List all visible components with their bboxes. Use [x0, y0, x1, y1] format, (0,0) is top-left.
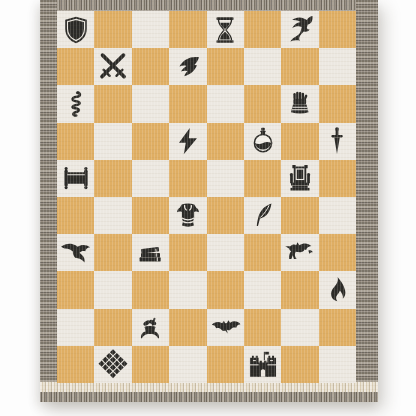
board-cell-r9c8[interactable]: [319, 309, 356, 346]
board-cell-r7c6[interactable]: [244, 234, 281, 271]
board-cell-r2c4[interactable]: [169, 48, 206, 85]
board-cell-r4c3[interactable]: [132, 123, 169, 160]
board-cell-r2c2[interactable]: [94, 48, 131, 85]
board-cell-r10c1[interactable]: [57, 346, 94, 383]
board-cell-r4c5[interactable]: [207, 123, 244, 160]
board-cell-r7c5[interactable]: [207, 234, 244, 271]
board-cell-r3c2[interactable]: [94, 85, 131, 122]
board-cell-r6c5[interactable]: [207, 197, 244, 234]
board-cell-r2c3[interactable]: [132, 48, 169, 85]
scroll-icon: [61, 163, 91, 193]
board-cell-r3c8[interactable]: [319, 85, 356, 122]
board-cell-r1c4[interactable]: [169, 11, 206, 48]
dragon-b-icon: [59, 236, 93, 270]
board-cell-r5c5[interactable]: [207, 160, 244, 197]
board-cell-r9c4[interactable]: [169, 309, 206, 346]
board-cell-r8c8[interactable]: [319, 271, 356, 308]
board-cell-r4c7[interactable]: [281, 123, 318, 160]
board-cell-r6c2[interactable]: [94, 197, 131, 234]
board-cell-r7c2[interactable]: [94, 234, 131, 271]
board-cell-r1c7[interactable]: [281, 11, 318, 48]
woven-tapestry-blanket: [40, 0, 378, 402]
board-cell-r10c2[interactable]: [94, 346, 131, 383]
board-cell-r3c6[interactable]: [244, 85, 281, 122]
hourglass-icon: [210, 15, 240, 45]
board-cell-r10c4[interactable]: [169, 346, 206, 383]
gauntlet-icon: [285, 89, 315, 119]
board-cell-r2c1[interactable]: [57, 48, 94, 85]
potion-icon: [248, 126, 278, 156]
books-icon: [135, 238, 165, 268]
board-cell-r4c8[interactable]: [319, 123, 356, 160]
board-cell-r10c6[interactable]: [244, 346, 281, 383]
board-cell-r5c6[interactable]: [244, 160, 281, 197]
board-cell-r8c3[interactable]: [132, 271, 169, 308]
board-cell-r9c2[interactable]: [94, 309, 131, 346]
board-cell-r4c2[interactable]: [94, 123, 131, 160]
top-fringe: [40, 0, 378, 10]
board-cell-r10c7[interactable]: [281, 346, 318, 383]
board-cell-r4c4[interactable]: [169, 123, 206, 160]
board-cell-r9c3[interactable]: [132, 309, 169, 346]
board-cell-r2c8[interactable]: [319, 48, 356, 85]
board-cell-r8c4[interactable]: [169, 271, 206, 308]
quill-icon: [248, 201, 278, 231]
board-cell-r9c6[interactable]: [244, 309, 281, 346]
board-cell-r5c2[interactable]: [94, 160, 131, 197]
throne-icon: [285, 163, 315, 193]
board-cell-r6c8[interactable]: [319, 197, 356, 234]
flame-icon: [322, 275, 352, 305]
griffin-icon: [283, 236, 317, 270]
dagger-icon: [322, 126, 352, 156]
bottom-hem: [40, 382, 378, 392]
board-cell-r1c8[interactable]: [319, 11, 356, 48]
wing-icon: [173, 52, 203, 82]
board-cell-r7c3[interactable]: [132, 234, 169, 271]
castle-icon: [246, 347, 280, 381]
board-cell-r5c7[interactable]: [281, 160, 318, 197]
board-cell-r10c5[interactable]: [207, 346, 244, 383]
hands-plant-icon: [135, 312, 165, 342]
board-cell-r1c2[interactable]: [94, 11, 131, 48]
bat-icon: [208, 310, 242, 344]
board-cell-r7c8[interactable]: [319, 234, 356, 271]
board-cell-r9c5[interactable]: [207, 309, 244, 346]
board-cell-r8c6[interactable]: [244, 271, 281, 308]
dragon-a-icon: [283, 13, 317, 47]
board-cell-r3c3[interactable]: [132, 85, 169, 122]
board-cell-r5c3[interactable]: [132, 160, 169, 197]
board-cell-r6c4[interactable]: [169, 197, 206, 234]
board-cell-r2c7[interactable]: [281, 48, 318, 85]
board-cell-r2c5[interactable]: [207, 48, 244, 85]
diamond-icon: [98, 349, 128, 379]
board-cell-r5c4[interactable]: [169, 160, 206, 197]
board-cell-r6c3[interactable]: [132, 197, 169, 234]
snake-icon: [61, 89, 91, 119]
board-cell-r4c6[interactable]: [244, 123, 281, 160]
lightning-icon: [173, 126, 203, 156]
board-cell-r5c8[interactable]: [319, 160, 356, 197]
left-fringe: [40, 0, 57, 402]
board-cell-r7c1[interactable]: [57, 234, 94, 271]
board-cell-r3c5[interactable]: [207, 85, 244, 122]
board-cell-r3c1[interactable]: [57, 85, 94, 122]
board-cell-r8c2[interactable]: [94, 271, 131, 308]
board-cell-r2c6[interactable]: [244, 48, 281, 85]
board-cell-r8c5[interactable]: [207, 271, 244, 308]
board-cell-r9c1[interactable]: [57, 309, 94, 346]
board-cell-r1c1[interactable]: [57, 11, 94, 48]
shield-icon: [61, 15, 91, 45]
board-cell-r1c6[interactable]: [244, 11, 281, 48]
armor-icon: [173, 201, 203, 231]
game-board: [57, 10, 356, 383]
board-cell-r9c7[interactable]: [281, 309, 318, 346]
board-cell-r8c1[interactable]: [57, 271, 94, 308]
crossed-swords-icon: [96, 50, 130, 84]
board-cell-r6c6[interactable]: [244, 197, 281, 234]
board-cell-r10c8[interactable]: [319, 346, 356, 383]
bottom-fringe: [40, 392, 378, 402]
right-fringe: [356, 0, 378, 402]
board-cell-r10c3[interactable]: [132, 346, 169, 383]
board-cell-r1c5[interactable]: [207, 11, 244, 48]
board-cell-r7c7[interactable]: [281, 234, 318, 271]
board-cell-r3c7[interactable]: [281, 85, 318, 122]
board-cell-r7c4[interactable]: [169, 234, 206, 271]
board-cell-r1c3[interactable]: [132, 11, 169, 48]
board-cell-r8c7[interactable]: [281, 271, 318, 308]
board-cell-r6c1[interactable]: [57, 197, 94, 234]
board-cell-r4c1[interactable]: [57, 123, 94, 160]
board-cell-r5c1[interactable]: [57, 160, 94, 197]
board-cell-r3c4[interactable]: [169, 85, 206, 122]
board-cell-r6c7[interactable]: [281, 197, 318, 234]
product-photo: [0, 0, 416, 416]
